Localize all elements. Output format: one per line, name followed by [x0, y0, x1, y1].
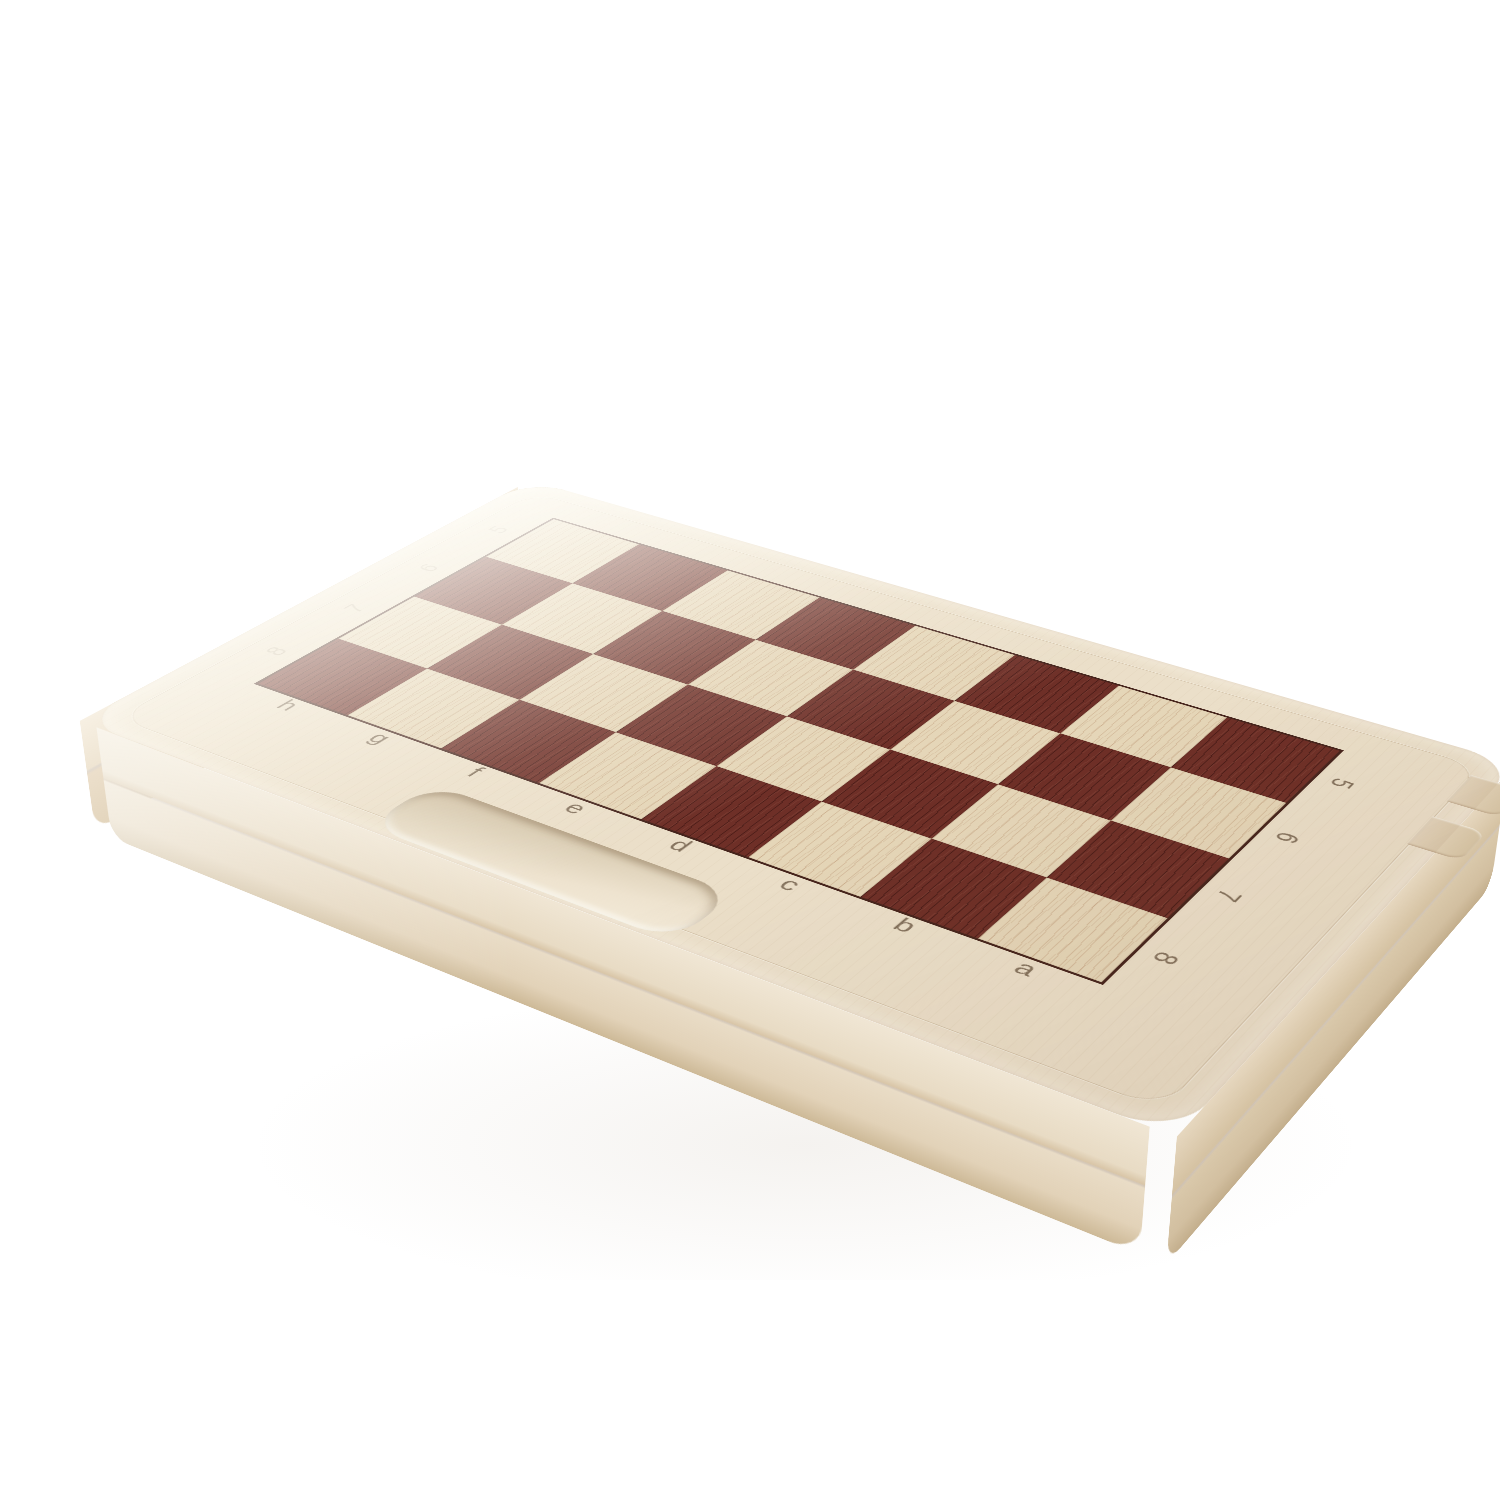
product-scene: hgfedcba 5678 5678	[0, 0, 1500, 1500]
page: { "game": "chess", "scene_description": …	[0, 0, 1500, 1500]
rank-label-left-faint-8: 8	[219, 629, 334, 674]
